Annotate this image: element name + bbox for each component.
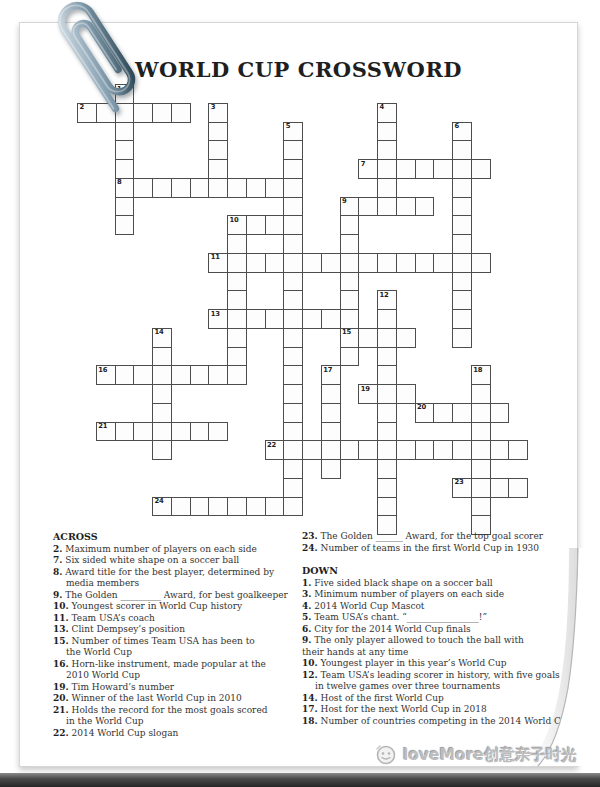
clue-number: 8: [117, 179, 121, 186]
clue-3-down: 3. Minimum number of players on each sid…: [302, 589, 590, 601]
grid-cell[interactable]: [452, 290, 472, 310]
grid-cell[interactable]: [227, 178, 247, 198]
grid-cell[interactable]: [321, 253, 341, 273]
grid-cell[interactable]: [471, 478, 491, 498]
grid-cell[interactable]: [283, 440, 303, 460]
grid-cell[interactable]: [377, 197, 397, 217]
grid-cell[interactable]: [340, 309, 360, 329]
clue-number: 17: [323, 367, 332, 374]
grid-cell[interactable]: [283, 140, 303, 160]
grid-cell[interactable]: [377, 422, 397, 442]
grid-cell[interactable]: [133, 365, 153, 385]
grid-cell[interactable]: [433, 440, 453, 460]
grid-cell[interactable]: [283, 290, 303, 310]
clue-11-across: 11. Team USA’s coach: [53, 613, 308, 625]
grid-cell[interactable]: [377, 403, 397, 423]
grid-cell[interactable]: [340, 272, 360, 292]
grid-cell[interactable]: [96, 103, 116, 123]
grid-cell[interactable]: [115, 365, 135, 385]
page-bottom-shadow: [0, 773, 600, 787]
grid-cell[interactable]: 23: [452, 478, 472, 498]
grid-cell[interactable]: [283, 234, 303, 254]
clue-number: 12: [380, 292, 389, 299]
grid-cell[interactable]: [283, 384, 303, 404]
grid-cell[interactable]: [452, 309, 472, 329]
grid-cell[interactable]: [246, 215, 266, 235]
grid-cell[interactable]: 4: [377, 103, 397, 123]
grid-cell[interactable]: [208, 422, 228, 442]
clue-19-across: 19. Tim Howard’s number: [53, 682, 308, 694]
grid-cell[interactable]: [152, 347, 172, 367]
clue-number: 9: [342, 198, 346, 205]
grid-cell[interactable]: [321, 384, 341, 404]
grid-cell[interactable]: [115, 422, 135, 442]
grid-cell[interactable]: 14: [152, 328, 172, 348]
grid-cell[interactable]: 22: [265, 440, 285, 460]
grid-cell[interactable]: [471, 253, 491, 273]
grid-cell[interactable]: [340, 234, 360, 254]
crossword-grid: 123456789101112131415161718192021222324: [77, 84, 529, 536]
grid-cell[interactable]: [115, 197, 135, 217]
clue-5-down: 5. Team USA’s chant. “________________!”: [302, 612, 590, 624]
grid-cell[interactable]: [152, 422, 172, 442]
grid-cell[interactable]: [415, 440, 435, 460]
grid-cell[interactable]: [377, 140, 397, 160]
clue-14-down: 14. Host of the first World Cup: [302, 693, 590, 705]
scanned-page-photo: WORLD CUP CROSSWORD 12345678910111213141…: [0, 0, 600, 787]
grid-cell[interactable]: [246, 309, 266, 329]
down-clues-list: 1. Five sided black shape on a soccer ba…: [302, 578, 590, 728]
grid-cell[interactable]: [283, 422, 303, 442]
clue-number: 21: [98, 423, 107, 430]
grid-cell[interactable]: [283, 459, 303, 479]
grid-cell[interactable]: [321, 459, 341, 479]
grid-cell[interactable]: [396, 197, 416, 217]
grid-cell[interactable]: [471, 384, 491, 404]
grid-cell[interactable]: [246, 178, 266, 198]
grid-cell[interactable]: [377, 347, 397, 367]
clue-15-across: 15. Number of times Team USA has been to…: [53, 636, 308, 659]
grid-cell[interactable]: [208, 497, 228, 517]
clue-17-down: 17. Host for the next World Cup in 2018: [302, 704, 590, 716]
grid-cell[interactable]: [452, 440, 472, 460]
grid-cell[interactable]: [377, 178, 397, 198]
clue-number: 14: [155, 329, 164, 336]
grid-cell[interactable]: [377, 328, 397, 348]
grid-cell[interactable]: [490, 403, 510, 423]
grid-cell[interactable]: [227, 309, 247, 329]
grid-cell[interactable]: [115, 122, 135, 142]
watermark-text: loveMore创意亲子时光: [403, 745, 577, 766]
grid-cell[interactable]: [302, 440, 322, 460]
grid-cell[interactable]: [321, 403, 341, 423]
grid-cell[interactable]: 12: [377, 290, 397, 310]
grid-cell[interactable]: [152, 365, 172, 385]
grid-cell[interactable]: [396, 384, 416, 404]
grid-cell[interactable]: [171, 422, 191, 442]
down-header: DOWN: [302, 565, 590, 577]
grid-cell[interactable]: [396, 159, 416, 179]
grid-cell[interactable]: 5: [283, 122, 303, 142]
grid-cell[interactable]: 6: [452, 122, 472, 142]
grid-cell[interactable]: [227, 253, 247, 273]
clue-number: 11: [211, 254, 220, 261]
grid-cell[interactable]: [377, 384, 397, 404]
clue-9-across: 9. The Golden _________ Award, for best …: [53, 590, 308, 602]
grid-cell[interactable]: [115, 103, 135, 123]
grid-cell[interactable]: [377, 440, 397, 460]
grid-cell[interactable]: [283, 328, 303, 348]
clue-24-across: 24. Number of teams in the first World C…: [302, 543, 590, 555]
clue-number: 6: [455, 123, 459, 130]
grid-cell[interactable]: 21: [96, 422, 116, 442]
clue-7-across: 7. Six sided white shape on a soccer bal…: [53, 555, 308, 567]
clue-13-across: 13. Clint Dempsey’s position: [53, 624, 308, 636]
grid-cell[interactable]: [283, 159, 303, 179]
grid-cell[interactable]: [377, 159, 397, 179]
grid-cell[interactable]: [115, 215, 135, 235]
clue-16-across: 16. Horn-like instrument, made popular a…: [53, 659, 308, 682]
grid-cell[interactable]: [321, 309, 341, 329]
clue-number: 2: [80, 104, 84, 111]
grid-cell[interactable]: [358, 197, 378, 217]
clues-right-column: 23. The Golden ______ Award, for the top…: [302, 531, 590, 727]
grid-cell[interactable]: [171, 365, 191, 385]
grid-cell[interactable]: [415, 197, 435, 217]
grid-cell[interactable]: 2: [77, 103, 97, 123]
grid-cell[interactable]: [433, 403, 453, 423]
grid-cell[interactable]: [227, 234, 247, 254]
grid-cell[interactable]: [471, 459, 491, 479]
grid-cell[interactable]: [490, 440, 510, 460]
clues-left-column: ACROSS 2. Maximum number of players on e…: [53, 531, 308, 739]
grid-cell[interactable]: [208, 178, 228, 198]
grid-cell[interactable]: [208, 159, 228, 179]
grid-cell[interactable]: 24: [152, 497, 172, 517]
clue-number: 5: [286, 123, 290, 130]
grid-cell[interactable]: [340, 215, 360, 235]
clue-number: 16: [98, 367, 107, 374]
grid-cell[interactable]: [508, 440, 528, 460]
grid-cell[interactable]: [190, 365, 210, 385]
across-clues-list: 2. Maximum number of players on each sid…: [53, 544, 308, 740]
grid-cell[interactable]: [452, 253, 472, 273]
grid-cell[interactable]: [452, 140, 472, 160]
grid-cell[interactable]: [508, 478, 528, 498]
grid-cell[interactable]: [358, 253, 378, 273]
grid-cell[interactable]: [471, 159, 491, 179]
grid-cell[interactable]: [133, 103, 153, 123]
clue-number: 4: [380, 104, 384, 111]
grid-cell[interactable]: [246, 497, 266, 517]
grid-cell[interactable]: [471, 497, 491, 517]
clue-21-across: 21. Holds the record for the most goals …: [53, 705, 308, 728]
grid-cell[interactable]: [302, 309, 322, 329]
grid-cell[interactable]: [152, 384, 172, 404]
clue-number: 20: [417, 404, 426, 411]
clue-number: 3: [211, 104, 215, 111]
grid-cell[interactable]: [396, 253, 416, 273]
clue-number: 23: [455, 479, 464, 486]
grid-cell[interactable]: [452, 272, 472, 292]
grid-cell[interactable]: 10: [227, 215, 247, 235]
clue-number: 24: [155, 498, 164, 505]
grid-cell[interactable]: [377, 365, 397, 385]
across-clues-continued: 23. The Golden ______ Award, for the top…: [302, 531, 590, 554]
grid-cell[interactable]: [396, 440, 416, 460]
grid-cell[interactable]: [190, 497, 210, 517]
clue-number: 15: [342, 329, 351, 336]
grid-cell[interactable]: [358, 440, 378, 460]
grid-cell[interactable]: 11: [208, 253, 228, 273]
puzzle-title: WORLD CUP CROSSWORD: [20, 57, 577, 82]
grid-cell[interactable]: [321, 422, 341, 442]
grid-cell[interactable]: [452, 215, 472, 235]
grid-cell[interactable]: [452, 234, 472, 254]
grid-cell[interactable]: [377, 459, 397, 479]
grid-cell[interactable]: [227, 347, 247, 367]
paper-page: WORLD CUP CROSSWORD 12345678910111213141…: [19, 22, 578, 767]
grid-cell[interactable]: [265, 253, 285, 273]
grid-cell[interactable]: [471, 403, 491, 423]
grid-cell[interactable]: 8: [115, 178, 135, 198]
grid-cell[interactable]: [377, 253, 397, 273]
grid-cell[interactable]: [115, 140, 135, 160]
grid-cell[interactable]: 19: [358, 384, 378, 404]
grid-cell[interactable]: [396, 328, 416, 348]
clue-20-across: 20. Winner of the last World Cup in 2010: [53, 693, 308, 705]
grid-cell[interactable]: [283, 253, 303, 273]
clue-10-down: 10. Youngest player in this year’s World…: [302, 658, 590, 670]
grid-cell[interactable]: [152, 103, 172, 123]
grid-cell[interactable]: [358, 328, 378, 348]
grid-cell[interactable]: [190, 178, 210, 198]
grid-cell[interactable]: [208, 365, 228, 385]
clue-2-across: 2. Maximum number of players on each sid…: [53, 544, 308, 556]
grid-cell[interactable]: 18: [471, 365, 491, 385]
clue-6-down: 6. City for the 2014 World Cup finals: [302, 624, 590, 636]
grid-cell[interactable]: [452, 178, 472, 198]
clue-number: 18: [473, 367, 482, 374]
grid-cell[interactable]: [283, 215, 303, 235]
grid-cell[interactable]: [283, 309, 303, 329]
grid-cell[interactable]: [415, 253, 435, 273]
grid-cell[interactable]: [471, 440, 491, 460]
grid-cell[interactable]: [377, 122, 397, 142]
clue-8-across: 8. Award title for the best player, dete…: [53, 567, 308, 590]
grid-cell[interactable]: [152, 178, 172, 198]
clue-number: 13: [211, 311, 220, 318]
grid-cell[interactable]: [283, 347, 303, 367]
clue-12-down: 12. Team USA’s leading scorer in history…: [302, 670, 590, 693]
clue-22-across: 22. 2014 World Cup slogan: [53, 728, 308, 740]
grid-cell[interactable]: [377, 478, 397, 498]
grid-cell[interactable]: [452, 403, 472, 423]
grid-cell[interactable]: [452, 197, 472, 217]
grid-cell[interactable]: 7: [358, 159, 378, 179]
watermark: loveMore创意亲子时光: [374, 744, 577, 766]
grid-cell[interactable]: [265, 497, 285, 517]
grid-cell[interactable]: 3: [208, 103, 228, 123]
grid-cell[interactable]: [265, 215, 285, 235]
grid-cell[interactable]: 17: [321, 365, 341, 385]
across-header: ACROSS: [53, 531, 308, 543]
grid-cell[interactable]: [340, 347, 360, 367]
grid-cell[interactable]: [283, 365, 303, 385]
grid-cell[interactable]: [340, 290, 360, 310]
clue-number: 1: [117, 86, 121, 93]
grid-cell[interactable]: 16: [96, 365, 116, 385]
grid-cell[interactable]: [283, 197, 303, 217]
grid-cell[interactable]: [171, 497, 191, 517]
grid-cell[interactable]: [415, 159, 435, 179]
grid-cell[interactable]: [265, 309, 285, 329]
grid-cell[interactable]: [171, 178, 191, 198]
clue-10-across: 10. Youngest scorer in World Cup history: [53, 601, 308, 613]
grid-cell[interactable]: [208, 122, 228, 142]
grid-cell[interactable]: [227, 365, 247, 385]
grid-cell[interactable]: [452, 159, 472, 179]
grid-cell[interactable]: [115, 159, 135, 179]
grid-cell[interactable]: [227, 328, 247, 348]
grid-cell[interactable]: [302, 253, 322, 273]
grid-cell[interactable]: [133, 178, 153, 198]
grid-cell[interactable]: [283, 403, 303, 423]
clue-9-down: 9. The only player allowed to touch the …: [302, 635, 590, 658]
grid-cell[interactable]: [283, 497, 303, 517]
grid-cell[interactable]: [471, 422, 491, 442]
grid-cell[interactable]: [433, 159, 453, 179]
grid-cell[interactable]: 15: [340, 328, 360, 348]
grid-cell[interactable]: [227, 290, 247, 310]
grid-cell[interactable]: 13: [208, 309, 228, 329]
grid-cell[interactable]: [133, 422, 153, 442]
grid-cell[interactable]: [171, 103, 191, 123]
grid-cell[interactable]: [377, 309, 397, 329]
grid-cell[interactable]: [265, 178, 285, 198]
clue-number: 19: [361, 386, 370, 393]
clue-1-down: 1. Five sided black shape on a soccer ba…: [302, 578, 590, 590]
grid-cell[interactable]: [227, 272, 247, 292]
grid-cell[interactable]: [283, 272, 303, 292]
grid-cell[interactable]: [340, 440, 360, 460]
clue-18-down: 18. Number of countries competing in the…: [302, 716, 590, 728]
grid-cell[interactable]: [152, 403, 172, 423]
clue-4-down: 4. 2014 World Cup Mascot: [302, 601, 590, 613]
clue-number: 7: [361, 161, 365, 168]
grid-cell[interactable]: [190, 422, 210, 442]
grid-cell[interactable]: [227, 497, 247, 517]
grid-cell[interactable]: 9: [340, 197, 360, 217]
grid-cell[interactable]: [490, 478, 510, 498]
grid-cell[interactable]: 20: [415, 403, 435, 423]
grid-cell[interactable]: [340, 253, 360, 273]
clue-number: 10: [230, 217, 239, 224]
clue-number: 22: [267, 442, 276, 449]
grid-cell[interactable]: [246, 253, 266, 273]
smiley-logo-icon: [374, 744, 398, 766]
grid-cell[interactable]: [208, 140, 228, 160]
grid-cell[interactable]: 1: [115, 84, 135, 104]
grid-cell[interactable]: [433, 253, 453, 273]
grid-cell[interactable]: [321, 440, 341, 460]
grid-cell[interactable]: [283, 178, 303, 198]
clue-23-across: 23. The Golden ______ Award, for the top…: [302, 531, 590, 543]
grid-cell[interactable]: [152, 440, 172, 460]
grid-cell[interactable]: [377, 497, 397, 517]
grid-cell[interactable]: [452, 328, 472, 348]
grid-cell[interactable]: [283, 478, 303, 498]
